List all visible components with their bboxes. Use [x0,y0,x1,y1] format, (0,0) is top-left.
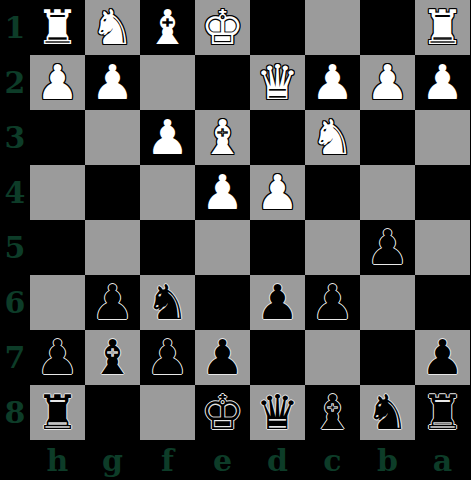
square-b6[interactable] [360,275,415,330]
file-label-a: a [415,440,470,480]
square-h5[interactable] [30,220,85,275]
square-c7[interactable] [305,330,360,385]
black-pawn: ♟ [201,330,244,385]
square-c8[interactable]: ♝ [305,385,360,440]
black-pawn: ♟ [366,220,409,275]
square-f2[interactable] [140,55,195,110]
black-pawn: ♟ [36,330,79,385]
square-d1[interactable] [250,0,305,55]
square-f3[interactable]: ♟ [140,110,195,165]
square-b8[interactable]: ♞ [360,385,415,440]
square-g3[interactable] [85,110,140,165]
white-bishop: ♝ [146,0,189,55]
square-d3[interactable] [250,110,305,165]
chess-board: ♜♞♝♚♜♟♟♛♟♟♟♟♝♞♟♟♟♟♞♟♟♟♝♟♟♟♜♚♛♝♞♜ [30,0,470,440]
square-c5[interactable] [305,220,360,275]
black-knight: ♞ [366,385,409,440]
square-d8[interactable]: ♛ [250,385,305,440]
square-b4[interactable] [360,165,415,220]
square-b7[interactable] [360,330,415,385]
square-f1[interactable]: ♝ [140,0,195,55]
square-e5[interactable] [195,220,250,275]
square-d2[interactable]: ♛ [250,55,305,110]
black-pawn: ♟ [421,330,464,385]
black-pawn: ♟ [91,275,134,330]
square-a1[interactable]: ♜ [415,0,470,55]
rank-label-8: 8 [0,385,30,440]
white-rook: ♜ [36,0,79,55]
white-pawn: ♟ [36,55,79,110]
white-bishop: ♝ [201,110,244,165]
square-e6[interactable] [195,275,250,330]
file-label-e: e [195,440,250,480]
square-g8[interactable] [85,385,140,440]
square-a4[interactable] [415,165,470,220]
square-c2[interactable]: ♟ [305,55,360,110]
square-a8[interactable]: ♜ [415,385,470,440]
square-d6[interactable]: ♟ [250,275,305,330]
white-knight: ♞ [91,0,134,55]
square-e2[interactable] [195,55,250,110]
square-e4[interactable]: ♟ [195,165,250,220]
square-f8[interactable] [140,385,195,440]
rank-label-6: 6 [0,275,30,330]
rank-label-3: 3 [0,110,30,165]
black-bishop: ♝ [91,330,134,385]
square-e1[interactable]: ♚ [195,0,250,55]
square-e7[interactable]: ♟ [195,330,250,385]
square-a2[interactable]: ♟ [415,55,470,110]
square-d4[interactable]: ♟ [250,165,305,220]
white-rook: ♜ [421,0,464,55]
square-f7[interactable]: ♟ [140,330,195,385]
black-pawn: ♟ [256,275,299,330]
black-queen: ♛ [256,385,299,440]
square-c4[interactable] [305,165,360,220]
file-label-f: f [140,440,195,480]
white-pawn: ♟ [421,55,464,110]
black-pawn: ♟ [146,330,189,385]
rank-label-5: 5 [0,220,30,275]
square-g5[interactable] [85,220,140,275]
file-label-c: c [305,440,360,480]
square-c3[interactable]: ♞ [305,110,360,165]
square-e8[interactable]: ♚ [195,385,250,440]
square-h1[interactable]: ♜ [30,0,85,55]
white-pawn: ♟ [146,110,189,165]
square-c6[interactable]: ♟ [305,275,360,330]
square-b1[interactable] [360,0,415,55]
square-g7[interactable]: ♝ [85,330,140,385]
black-knight: ♞ [146,275,189,330]
square-h4[interactable] [30,165,85,220]
black-rook: ♜ [421,385,464,440]
rank-label-4: 4 [0,165,30,220]
white-king: ♚ [201,0,244,55]
black-king: ♚ [201,385,244,440]
square-b3[interactable] [360,110,415,165]
white-pawn: ♟ [311,55,354,110]
black-pawn: ♟ [311,275,354,330]
file-label-h: h [30,440,85,480]
square-a6[interactable] [415,275,470,330]
square-a3[interactable] [415,110,470,165]
square-h8[interactable]: ♜ [30,385,85,440]
square-g4[interactable] [85,165,140,220]
square-a5[interactable] [415,220,470,275]
file-label-g: g [85,440,140,480]
white-queen: ♛ [256,55,299,110]
file-label-b: b [360,440,415,480]
square-h7[interactable]: ♟ [30,330,85,385]
rank-labels: 12345678 [0,0,30,440]
black-rook: ♜ [36,385,79,440]
file-label-d: d [250,440,305,480]
square-f5[interactable] [140,220,195,275]
square-h3[interactable] [30,110,85,165]
square-a7[interactable]: ♟ [415,330,470,385]
square-g2[interactable]: ♟ [85,55,140,110]
white-pawn: ♟ [366,55,409,110]
chess-diagram: 12345678 ♜♞♝♚♜♟♟♛♟♟♟♟♝♞♟♟♟♟♞♟♟♟♝♟♟♟♜♚♛♝♞… [0,0,471,480]
square-b2[interactable]: ♟ [360,55,415,110]
square-h2[interactable]: ♟ [30,55,85,110]
square-g1[interactable]: ♞ [85,0,140,55]
square-f6[interactable]: ♞ [140,275,195,330]
square-f4[interactable] [140,165,195,220]
square-g6[interactable]: ♟ [85,275,140,330]
white-pawn: ♟ [91,55,134,110]
white-pawn: ♟ [201,165,244,220]
white-pawn: ♟ [256,165,299,220]
square-d7[interactable] [250,330,305,385]
rank-label-1: 1 [0,0,30,55]
square-b5[interactable]: ♟ [360,220,415,275]
rank-label-7: 7 [0,330,30,385]
square-c1[interactable] [305,0,360,55]
square-e3[interactable]: ♝ [195,110,250,165]
square-d5[interactable] [250,220,305,275]
black-bishop: ♝ [311,385,354,440]
rank-label-2: 2 [0,55,30,110]
square-h6[interactable] [30,275,85,330]
file-labels: hgfedcba [30,440,470,480]
white-knight: ♞ [311,110,354,165]
